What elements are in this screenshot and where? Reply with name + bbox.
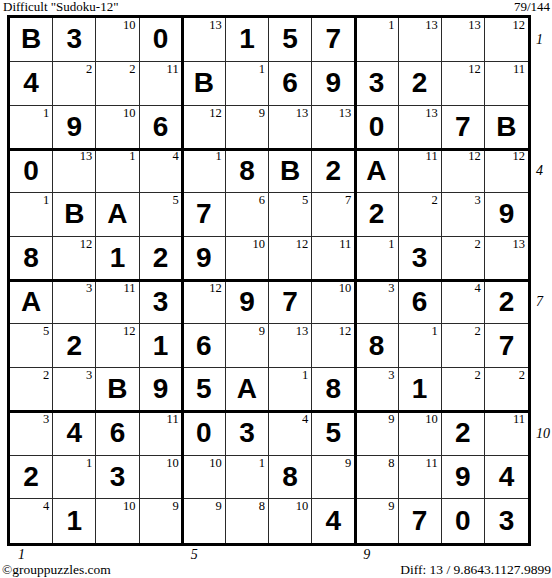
cell-r9c10[interactable]: 1 xyxy=(399,368,442,412)
cell-r10c5[interactable]: 0 xyxy=(183,412,226,456)
cell-r6c3[interactable]: 1 xyxy=(96,237,139,281)
cell-r1c6[interactable]: 1 xyxy=(226,18,269,62)
step-mark: 3 xyxy=(43,413,49,426)
box-separator-horizontal xyxy=(10,148,528,151)
step-mark: 10 xyxy=(425,413,438,426)
cell-r2c9[interactable]: 3 xyxy=(355,62,398,106)
step-mark: 13 xyxy=(296,325,309,338)
step-mark: 1 xyxy=(388,19,394,32)
cell-r12c11[interactable]: 0 xyxy=(442,499,485,543)
cell-r3c5[interactable]: 12 xyxy=(183,106,226,150)
footer: ©grouppuzzles.com Diff: 13 / 9.8643.1127… xyxy=(2,561,551,577)
cell-r8c12[interactable]: 7 xyxy=(485,324,528,368)
step-mark: 10 xyxy=(123,500,136,513)
cell-value: 7 xyxy=(485,324,528,367)
cell-value: 0 xyxy=(355,106,397,149)
step-mark: 12 xyxy=(513,150,526,163)
cell-r9c6[interactable]: A xyxy=(226,368,269,412)
step-mark: 12 xyxy=(513,19,526,32)
cell-r3c3[interactable]: 10 xyxy=(96,106,139,150)
cell-r8c8[interactable]: 12 xyxy=(312,324,355,368)
step-mark: 9 xyxy=(216,500,222,513)
cell-value: 5 xyxy=(183,368,225,411)
step-mark: 3 xyxy=(475,194,481,207)
step-mark: 12 xyxy=(80,238,93,251)
cell-r1c12[interactable]: 12 xyxy=(485,18,528,62)
cell-r10c8[interactable]: 5 xyxy=(312,412,355,456)
step-mark: 8 xyxy=(259,500,265,513)
cell-r1c5[interactable]: 13 xyxy=(183,18,226,62)
step-mark: 8 xyxy=(388,457,394,470)
cell-r12c2[interactable]: 1 xyxy=(53,499,96,543)
cell-r1c4[interactable]: 0 xyxy=(140,18,183,62)
cell-r10c9[interactable]: 9 xyxy=(355,412,398,456)
cell-r4c6[interactable]: 8 xyxy=(226,149,269,193)
step-mark: 4 xyxy=(172,150,178,163)
cell-value: 5 xyxy=(312,412,354,455)
cell-r4c3[interactable]: 1 xyxy=(96,149,139,193)
step-mark: 10 xyxy=(296,500,309,513)
cell-r4c1[interactable]: 0 xyxy=(10,149,53,193)
box-separator-horizontal xyxy=(10,410,528,413)
cell-value: 4 xyxy=(10,62,52,105)
cell-r12c6[interactable]: 8 xyxy=(226,499,269,543)
cell-value: 7 xyxy=(269,281,311,324)
cell-r9c11[interactable]: 2 xyxy=(442,368,485,412)
step-mark: 7 xyxy=(345,194,351,207)
cell-r3c9[interactable]: 0 xyxy=(355,106,398,150)
step-mark: 1 xyxy=(259,63,265,76)
cell-value: 1 xyxy=(96,237,138,280)
cell-r4c11[interactable]: 12 xyxy=(442,149,485,193)
cell-value: A xyxy=(226,368,268,411)
cell-r1c2[interactable]: 3 xyxy=(53,18,96,62)
step-mark: 5 xyxy=(43,325,49,338)
step-mark: 13 xyxy=(425,19,438,32)
step-mark: 9 xyxy=(345,457,351,470)
cell-value: 9 xyxy=(140,368,182,411)
cell-r4c2[interactable]: 13 xyxy=(53,149,96,193)
cell-value: 8 xyxy=(355,324,397,367)
cell-r6c10[interactable]: 3 xyxy=(399,237,442,281)
step-mark: 1 xyxy=(431,325,437,338)
step-mark: 4 xyxy=(302,413,308,426)
step-mark: 9 xyxy=(172,500,178,513)
cell-r6c12[interactable]: 13 xyxy=(485,237,528,281)
cell-r4c4[interactable]: 4 xyxy=(140,149,183,193)
cell-r12c3[interactable]: 10 xyxy=(96,499,139,543)
cell-r10c7[interactable]: 4 xyxy=(269,412,312,456)
cell-value: 9 xyxy=(442,456,484,499)
step-mark: 6 xyxy=(259,194,265,207)
step-mark: 11 xyxy=(167,413,179,426)
cell-r8c6[interactable]: 9 xyxy=(226,324,269,368)
cell-r1c9[interactable]: 1 xyxy=(355,18,398,62)
cell-r2c7[interactable]: 6 xyxy=(269,62,312,106)
cell-r9c3[interactable]: B xyxy=(96,368,139,412)
step-mark: 3 xyxy=(86,282,92,295)
step-mark: 13 xyxy=(296,107,309,120)
step-mark: 10 xyxy=(209,457,222,470)
cell-value: 5 xyxy=(269,18,311,61)
cell-r11c7[interactable]: 8 xyxy=(269,456,312,500)
cell-value: 1 xyxy=(226,18,268,61)
cell-r10c6[interactable]: 3 xyxy=(226,412,269,456)
cell-value: 2 xyxy=(485,281,528,324)
cell-r3c1[interactable]: 1 xyxy=(10,106,53,150)
progress-counter: 79/144 xyxy=(514,0,550,14)
cell-value: 2 xyxy=(10,456,52,499)
step-mark: 1 xyxy=(216,150,222,163)
cell-value: 0 xyxy=(10,149,52,192)
cell-r9c1[interactable]: 2 xyxy=(10,368,53,412)
cell-r4c10[interactable]: 11 xyxy=(399,149,442,193)
step-mark: 1 xyxy=(388,238,394,251)
cell-r4c8[interactable]: 2 xyxy=(312,149,355,193)
cell-r12c12[interactable]: 3 xyxy=(485,499,528,543)
cell-r3c8[interactable]: 13 xyxy=(312,106,355,150)
cell-r12c1[interactable]: 4 xyxy=(10,499,53,543)
cell-r5c8[interactable]: 7 xyxy=(312,193,355,237)
step-mark: 12 xyxy=(209,107,222,120)
cell-r11c8[interactable]: 9 xyxy=(312,456,355,500)
step-mark: 11 xyxy=(426,150,438,163)
cell-r3c4[interactable]: 6 xyxy=(140,106,183,150)
cell-value: 3 xyxy=(140,281,182,324)
step-mark: 9 xyxy=(259,107,265,120)
step-mark: 12 xyxy=(123,325,136,338)
cell-r10c11[interactable]: 2 xyxy=(442,412,485,456)
cell-r3c2[interactable]: 9 xyxy=(53,106,96,150)
cell-value: 8 xyxy=(226,149,268,192)
step-mark: 13 xyxy=(513,238,526,251)
cell-r12c10[interactable]: 7 xyxy=(399,499,442,543)
cell-r5c7[interactable]: 5 xyxy=(269,193,312,237)
cell-value: B xyxy=(183,62,225,105)
cell-r7c3[interactable]: 11 xyxy=(96,281,139,325)
cell-r9c5[interactable]: 5 xyxy=(183,368,226,412)
cell-value: 6 xyxy=(140,106,182,149)
step-mark: 11 xyxy=(513,63,525,76)
cell-r2c5[interactable]: B xyxy=(183,62,226,106)
cell-r8c9[interactable]: 8 xyxy=(355,324,398,368)
cell-r11c2[interactable]: 1 xyxy=(53,456,96,500)
cell-value: 3 xyxy=(355,62,397,105)
cell-r10c12[interactable]: 11 xyxy=(485,412,528,456)
column-coordinate-label: 1 xyxy=(18,548,25,562)
cell-value: 7 xyxy=(442,106,484,149)
row-coordinate-label: 7 xyxy=(536,281,552,325)
cell-r5c1[interactable]: 1 xyxy=(10,193,53,237)
cell-r10c1[interactable]: 3 xyxy=(10,412,53,456)
cell-value: 3 xyxy=(53,18,95,61)
cell-r8c1[interactable]: 5 xyxy=(10,324,53,368)
cell-r10c2[interactable]: 4 xyxy=(53,412,96,456)
cell-r12c7[interactable]: 10 xyxy=(269,499,312,543)
step-mark: 12 xyxy=(468,150,481,163)
cell-value: B xyxy=(269,149,311,192)
cell-value: 9 xyxy=(226,281,268,324)
cell-r7c7[interactable]: 7 xyxy=(269,281,312,325)
cell-value: B xyxy=(10,18,52,61)
cell-r7c1[interactable]: A xyxy=(10,281,53,325)
step-mark: 4 xyxy=(43,500,49,513)
cell-r1c10[interactable]: 13 xyxy=(399,18,442,62)
cell-value: 0 xyxy=(183,412,225,455)
step-mark: 2 xyxy=(475,369,481,382)
cell-r7c11[interactable]: 4 xyxy=(442,281,485,325)
cell-r7c10[interactable]: 6 xyxy=(399,281,442,325)
cell-r10c4[interactable]: 11 xyxy=(140,412,183,456)
cell-r9c7[interactable]: 1 xyxy=(269,368,312,412)
row-coordinate-label: 10 xyxy=(536,412,552,456)
cell-r9c9[interactable]: 3 xyxy=(355,368,398,412)
cell-r8c3[interactable]: 12 xyxy=(96,324,139,368)
cell-r1c3[interactable]: 10 xyxy=(96,18,139,62)
cell-r8c10[interactable]: 1 xyxy=(399,324,442,368)
step-mark: 1 xyxy=(129,150,135,163)
step-mark: 11 xyxy=(426,457,438,470)
step-mark: 10 xyxy=(339,282,352,295)
cell-r3c10[interactable]: 13 xyxy=(399,106,442,150)
step-mark: 2 xyxy=(475,325,481,338)
cell-r2c11[interactable]: 12 xyxy=(442,62,485,106)
step-mark: 2 xyxy=(519,369,525,382)
cell-r1c11[interactable]: 13 xyxy=(442,18,485,62)
cell-value: 9 xyxy=(183,237,225,280)
cell-r6c2[interactable]: 12 xyxy=(53,237,96,281)
cell-value: 8 xyxy=(269,456,311,499)
cell-r6c9[interactable]: 1 xyxy=(355,237,398,281)
cell-value: A xyxy=(10,281,52,324)
cell-value: 3 xyxy=(226,412,268,455)
cell-r9c2[interactable]: 3 xyxy=(53,368,96,412)
step-mark: 10 xyxy=(123,19,136,32)
step-mark: 11 xyxy=(513,413,525,426)
cell-value: 6 xyxy=(183,324,225,367)
cell-r2c8[interactable]: 9 xyxy=(312,62,355,106)
cell-value: A xyxy=(96,193,138,236)
cell-r3c7[interactable]: 13 xyxy=(269,106,312,150)
cell-r7c5[interactable]: 12 xyxy=(183,281,226,325)
box-separator-horizontal xyxy=(10,279,528,282)
cell-r7c8[interactable]: 10 xyxy=(312,281,355,325)
step-mark: 1 xyxy=(43,194,49,207)
step-mark: 13 xyxy=(425,107,438,120)
cell-r2c1[interactable]: 4 xyxy=(10,62,53,106)
step-mark: 5 xyxy=(302,194,308,207)
step-mark: 13 xyxy=(468,19,481,32)
step-mark: 12 xyxy=(468,63,481,76)
cell-value: B xyxy=(53,193,95,236)
cell-value: 2 xyxy=(312,149,354,192)
cell-r11c4[interactable]: 10 xyxy=(140,456,183,500)
cell-r3c6[interactable]: 9 xyxy=(226,106,269,150)
cell-r11c1[interactable]: 2 xyxy=(10,456,53,500)
step-mark: 2 xyxy=(431,194,437,207)
cell-r8c7[interactable]: 13 xyxy=(269,324,312,368)
cell-r4c9[interactable]: A xyxy=(355,149,398,193)
cell-r6c8[interactable]: 11 xyxy=(312,237,355,281)
cell-value: 7 xyxy=(312,18,354,61)
step-mark: 1 xyxy=(86,457,92,470)
cell-value: 2 xyxy=(140,237,182,280)
cell-value: 7 xyxy=(183,193,225,236)
step-mark: 2 xyxy=(86,63,92,76)
step-mark: 10 xyxy=(166,457,179,470)
step-mark: 12 xyxy=(209,282,222,295)
step-mark: 13 xyxy=(80,150,93,163)
cell-r5c6[interactable]: 6 xyxy=(226,193,269,237)
cell-r10c3[interactable]: 6 xyxy=(96,412,139,456)
cell-r1c7[interactable]: 5 xyxy=(269,18,312,62)
cell-r4c5[interactable]: 1 xyxy=(183,149,226,193)
step-mark: 1 xyxy=(43,107,49,120)
step-mark: 12 xyxy=(296,238,309,251)
row-coordinate-label: 4 xyxy=(536,149,552,193)
sudoku-grid: B310013157113131242211B16932121119106129… xyxy=(7,15,531,546)
step-mark: 13 xyxy=(339,107,352,120)
cell-r7c12[interactable]: 2 xyxy=(485,281,528,325)
cell-r6c11[interactable]: 2 xyxy=(442,237,485,281)
cell-value: 4 xyxy=(312,499,354,543)
cell-value: A xyxy=(355,149,397,192)
cell-r12c4[interactable]: 9 xyxy=(140,499,183,543)
cell-r5c3[interactable]: A xyxy=(96,193,139,237)
cell-r1c8[interactable]: 7 xyxy=(312,18,355,62)
step-mark: 12 xyxy=(339,325,352,338)
cell-value: 6 xyxy=(399,281,441,324)
step-mark: 1 xyxy=(259,457,265,470)
cell-value: 6 xyxy=(96,412,138,455)
step-mark: 11 xyxy=(123,282,135,295)
cell-value: 6 xyxy=(269,62,311,105)
column-coordinate-label: 5 xyxy=(191,548,198,562)
cell-value: B xyxy=(485,106,528,149)
row-coordinate-label: 1 xyxy=(536,18,552,62)
cell-value: 4 xyxy=(485,456,528,499)
cell-r11c6[interactable]: 1 xyxy=(226,456,269,500)
cell-r9c12[interactable]: 2 xyxy=(485,368,528,412)
step-mark: 2 xyxy=(129,63,135,76)
cell-r6c7[interactable]: 12 xyxy=(269,237,312,281)
cell-r11c9[interactable]: 8 xyxy=(355,456,398,500)
cell-value: 2 xyxy=(355,193,397,236)
step-mark: 13 xyxy=(209,19,222,32)
cell-value: 3 xyxy=(96,456,138,499)
step-mark: 9 xyxy=(388,413,394,426)
cell-r3c12[interactable]: B xyxy=(485,106,528,150)
cell-r2c6[interactable]: 1 xyxy=(226,62,269,106)
cell-r9c8[interactable]: 8 xyxy=(312,368,355,412)
cell-value: 2 xyxy=(399,62,441,105)
cell-r6c4[interactable]: 2 xyxy=(140,237,183,281)
step-mark: 3 xyxy=(388,282,394,295)
cell-r3c11[interactable]: 7 xyxy=(442,106,485,150)
step-mark: 9 xyxy=(259,325,265,338)
cell-value: 9 xyxy=(485,193,528,236)
cell-r8c4[interactable]: 1 xyxy=(140,324,183,368)
cell-r5c11[interactable]: 3 xyxy=(442,193,485,237)
step-mark: 9 xyxy=(388,500,394,513)
cell-r5c5[interactable]: 7 xyxy=(183,193,226,237)
cell-r4c7[interactable]: B xyxy=(269,149,312,193)
cell-r2c10[interactable]: 2 xyxy=(399,62,442,106)
step-mark: 11 xyxy=(167,63,179,76)
step-mark: 10 xyxy=(253,238,266,251)
cell-r7c2[interactable]: 3 xyxy=(53,281,96,325)
cell-r11c11[interactable]: 9 xyxy=(442,456,485,500)
cell-r7c6[interactable]: 9 xyxy=(226,281,269,325)
cell-value: 8 xyxy=(312,368,354,411)
cell-r12c9[interactable]: 9 xyxy=(355,499,398,543)
step-mark: 3 xyxy=(86,369,92,382)
cell-r6c5[interactable]: 9 xyxy=(183,237,226,281)
cell-r8c5[interactable]: 6 xyxy=(183,324,226,368)
cell-r1c1[interactable]: B xyxy=(10,18,53,62)
copyright[interactable]: ©grouppuzzles.com xyxy=(2,562,111,577)
cell-r7c9[interactable]: 3 xyxy=(355,281,398,325)
header: Difficult "Sudoku-12" 79/144 xyxy=(3,0,550,15)
cell-r12c5[interactable]: 9 xyxy=(183,499,226,543)
cell-value: 9 xyxy=(312,62,354,105)
column-coordinate-label: 9 xyxy=(363,548,370,562)
cell-r8c2[interactable]: 2 xyxy=(53,324,96,368)
cell-value: 1 xyxy=(399,368,441,411)
cell-r11c3[interactable]: 3 xyxy=(96,456,139,500)
cell-r12c8[interactable]: 4 xyxy=(312,499,355,543)
cell-r11c5[interactable]: 10 xyxy=(183,456,226,500)
cell-r5c10[interactable]: 2 xyxy=(399,193,442,237)
step-mark: 3 xyxy=(388,369,394,382)
step-mark: 5 xyxy=(172,194,178,207)
cell-r5c9[interactable]: 2 xyxy=(355,193,398,237)
step-mark: 1 xyxy=(302,369,308,382)
cell-value: 4 xyxy=(53,412,95,455)
cell-r2c3[interactable]: 2 xyxy=(96,62,139,106)
cell-r6c1[interactable]: 8 xyxy=(10,237,53,281)
cell-value: 7 xyxy=(399,499,441,543)
cell-r7c4[interactable]: 3 xyxy=(140,281,183,325)
cell-value: 0 xyxy=(442,499,484,543)
cell-r5c2[interactable]: B xyxy=(53,193,96,237)
cell-r5c4[interactable]: 5 xyxy=(140,193,183,237)
cell-r8c11[interactable]: 2 xyxy=(442,324,485,368)
cell-r4c12[interactable]: 12 xyxy=(485,149,528,193)
step-mark: 10 xyxy=(123,107,136,120)
cell-r5c12[interactable]: 9 xyxy=(485,193,528,237)
puzzle-title: Difficult "Sudoku-12" xyxy=(3,0,118,14)
cell-r11c10[interactable]: 11 xyxy=(399,456,442,500)
cell-r2c4[interactable]: 11 xyxy=(140,62,183,106)
cell-value: B xyxy=(96,368,138,411)
cell-value: 2 xyxy=(53,324,95,367)
cell-r6c6[interactable]: 10 xyxy=(226,237,269,281)
cell-value: 1 xyxy=(53,499,95,543)
cell-r10c10[interactable]: 10 xyxy=(399,412,442,456)
cell-value: 9 xyxy=(53,106,95,149)
cell-value: 8 xyxy=(10,237,52,280)
step-mark: 11 xyxy=(339,238,351,251)
cell-value: 2 xyxy=(442,412,484,455)
cell-value: 3 xyxy=(485,499,528,543)
cell-r2c2[interactable]: 2 xyxy=(53,62,96,106)
cell-r11c12[interactable]: 4 xyxy=(485,456,528,500)
step-mark: 2 xyxy=(475,238,481,251)
cell-value: 0 xyxy=(140,18,182,61)
cell-r9c4[interactable]: 9 xyxy=(140,368,183,412)
cell-r2c12[interactable]: 11 xyxy=(485,62,528,106)
